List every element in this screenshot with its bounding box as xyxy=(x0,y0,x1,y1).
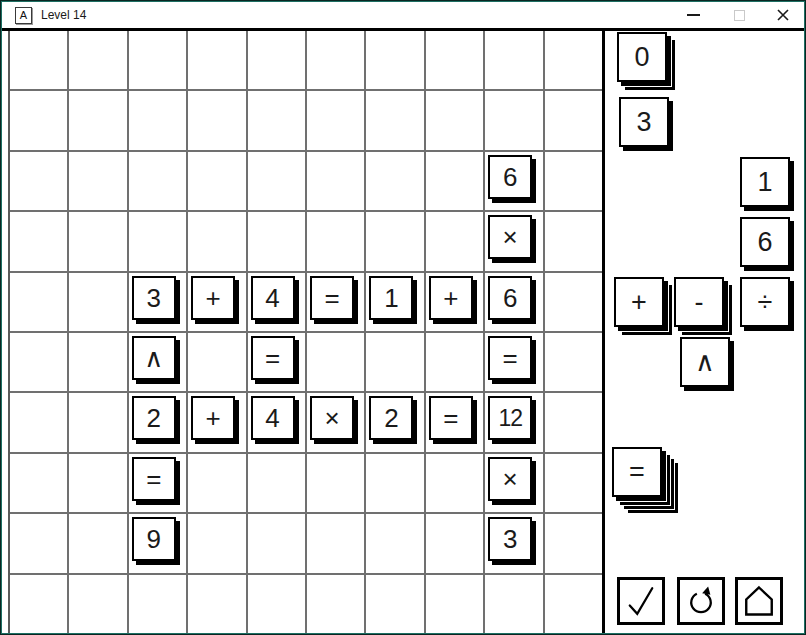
tray-tile-1[interactable]: 1 xyxy=(740,157,790,207)
board-cell[interactable]: + xyxy=(188,273,245,331)
board-cell[interactable] xyxy=(485,31,542,89)
board-cell[interactable] xyxy=(10,454,67,512)
minimize-icon xyxy=(687,14,700,16)
title-bar: A Level 14 xyxy=(2,2,804,28)
board-tile[interactable]: × xyxy=(488,457,532,501)
app-icon-letter: A xyxy=(20,9,27,21)
board-cell[interactable]: + xyxy=(426,273,483,331)
board-cell[interactable]: 2 xyxy=(366,393,423,451)
maximize-icon xyxy=(734,10,745,21)
board-cell[interactable] xyxy=(10,273,67,331)
board-cell[interactable] xyxy=(69,152,126,210)
board-tile[interactable]: × xyxy=(310,396,354,440)
board-tile[interactable]: 6 xyxy=(488,276,532,320)
board-cell[interactable] xyxy=(485,575,542,633)
home-button[interactable] xyxy=(735,577,783,625)
board-cell[interactable] xyxy=(307,91,364,149)
board-cell[interactable]: × xyxy=(307,393,364,451)
tray-tile-0[interactable]: 0 xyxy=(617,32,667,82)
board-cell[interactable]: 6 xyxy=(485,273,542,331)
board-cell[interactable] xyxy=(69,212,126,270)
board-cell[interactable] xyxy=(426,91,483,149)
board-tile[interactable]: = xyxy=(251,336,295,380)
tray-tile-+[interactable]: + xyxy=(614,277,664,327)
board-cell[interactable] xyxy=(545,393,602,451)
board-cell[interactable] xyxy=(248,575,305,633)
board-cell[interactable] xyxy=(129,575,186,633)
board-cell[interactable] xyxy=(248,454,305,512)
board-cell[interactable]: = xyxy=(248,333,305,391)
board-cell[interactable] xyxy=(69,333,126,391)
app-icon: A xyxy=(15,7,32,24)
board-cell[interactable] xyxy=(129,152,186,210)
board-tile[interactable]: + xyxy=(191,276,235,320)
board-tile[interactable]: 3 xyxy=(488,517,532,561)
board-cell[interactable] xyxy=(426,514,483,572)
board-cell[interactable] xyxy=(10,514,67,572)
board-cell[interactable] xyxy=(307,31,364,89)
board-cell[interactable]: × xyxy=(485,454,542,512)
board-cell[interactable] xyxy=(366,454,423,512)
board-tile[interactable]: ∧ xyxy=(132,336,176,380)
board-cell[interactable]: × xyxy=(485,212,542,270)
board-cell[interactable] xyxy=(545,31,602,89)
board-cell[interactable] xyxy=(545,91,602,149)
board-cell[interactable] xyxy=(69,514,126,572)
home-icon xyxy=(741,583,777,619)
board-cell[interactable] xyxy=(129,31,186,89)
board-cell[interactable]: = xyxy=(485,333,542,391)
board-cell[interactable] xyxy=(307,575,364,633)
tray-tile--[interactable]: - xyxy=(674,277,724,327)
board-tile[interactable]: 2 xyxy=(132,396,176,440)
board-cell[interactable] xyxy=(188,333,245,391)
board-cell[interactable] xyxy=(366,333,423,391)
check-button[interactable] xyxy=(617,577,665,625)
board-tile[interactable]: 4 xyxy=(251,396,295,440)
board-cell[interactable] xyxy=(69,393,126,451)
board-cell[interactable] xyxy=(545,454,602,512)
board-tile[interactable]: 2 xyxy=(369,396,413,440)
board-cell[interactable] xyxy=(69,454,126,512)
board-cell[interactable] xyxy=(307,454,364,512)
board-cell[interactable] xyxy=(248,514,305,572)
board-cell[interactable] xyxy=(545,273,602,331)
board-cell[interactable] xyxy=(188,212,245,270)
board-tile[interactable]: × xyxy=(488,215,532,259)
board-cell[interactable] xyxy=(188,31,245,89)
board-tile[interactable]: 12 xyxy=(488,396,532,440)
board-tile[interactable]: 1 xyxy=(369,276,413,320)
tray-tile-3[interactable]: 3 xyxy=(619,97,669,147)
restart-button[interactable] xyxy=(677,577,725,625)
board-cell[interactable]: 3 xyxy=(129,273,186,331)
board-cell[interactable] xyxy=(10,393,67,451)
tray-tile-^[interactable]: ∧ xyxy=(680,337,730,387)
content-area: 6×3+4=1+6∧==2+4×2=12=×93 0316+-÷∧= xyxy=(2,31,804,633)
board-tile[interactable]: 9 xyxy=(132,517,176,561)
board-tile[interactable]: 4 xyxy=(251,276,295,320)
board-cell[interactable] xyxy=(366,31,423,89)
board-cell[interactable]: 3 xyxy=(485,514,542,572)
board-cell[interactable] xyxy=(129,212,186,270)
board-cell[interactable]: = xyxy=(129,454,186,512)
board-cell[interactable]: = xyxy=(307,273,364,331)
tile-tray: 0316+-÷∧= xyxy=(605,31,804,633)
board-tile[interactable]: = xyxy=(310,276,354,320)
board-cell[interactable] xyxy=(307,152,364,210)
restart-icon xyxy=(683,583,719,619)
board-cell[interactable] xyxy=(248,212,305,270)
board-tile[interactable]: 6 xyxy=(488,155,532,199)
board-cell[interactable] xyxy=(248,91,305,149)
board-cell[interactable] xyxy=(69,91,126,149)
board-cell[interactable] xyxy=(366,152,423,210)
board-cell[interactable] xyxy=(10,333,67,391)
board-cell[interactable] xyxy=(366,91,423,149)
board-cell[interactable] xyxy=(545,514,602,572)
board-cell[interactable] xyxy=(366,212,423,270)
minimize-button[interactable] xyxy=(678,2,708,28)
board-tile[interactable]: + xyxy=(191,396,235,440)
puzzle-board: 6×3+4=1+6∧==2+4×2=12=×93 xyxy=(8,31,602,633)
board-tile[interactable]: = xyxy=(488,336,532,380)
board-cell[interactable] xyxy=(545,152,602,210)
board-cell[interactable]: 2 xyxy=(129,393,186,451)
check-icon xyxy=(623,583,659,619)
board-cell[interactable] xyxy=(10,91,67,149)
board-cell[interactable]: 4 xyxy=(248,393,305,451)
board-cell[interactable] xyxy=(426,152,483,210)
board-cell[interactable] xyxy=(545,212,602,270)
maximize-button[interactable] xyxy=(724,2,754,28)
board-cell[interactable] xyxy=(248,31,305,89)
board-cell[interactable] xyxy=(426,454,483,512)
board-cell[interactable] xyxy=(10,575,67,633)
board-cell[interactable] xyxy=(426,333,483,391)
tray-tile-6[interactable]: 6 xyxy=(740,217,790,267)
board-tile[interactable]: 3 xyxy=(132,276,176,320)
board-cell[interactable] xyxy=(129,91,186,149)
board-cell[interactable] xyxy=(10,31,67,89)
app-window: A Level 14 6×3+4=1+6∧==2+4×2=12=×93 xyxy=(0,0,806,635)
board-cell[interactable]: = xyxy=(426,393,483,451)
board-cell[interactable]: 6 xyxy=(485,152,542,210)
board-tile[interactable]: = xyxy=(429,396,473,440)
board-cell[interactable] xyxy=(426,212,483,270)
board-cell[interactable] xyxy=(10,212,67,270)
board-cell[interactable] xyxy=(188,514,245,572)
board-cell[interactable]: 4 xyxy=(248,273,305,331)
board-tile[interactable]: = xyxy=(132,457,176,501)
board-cell[interactable] xyxy=(188,575,245,633)
board-cell[interactable] xyxy=(366,575,423,633)
board-cell[interactable] xyxy=(188,454,245,512)
board-cell[interactable] xyxy=(307,333,364,391)
board-cell[interactable] xyxy=(69,31,126,89)
board-cell[interactable] xyxy=(10,152,67,210)
tray-tile-=[interactable]: = xyxy=(612,447,662,497)
tray-tile-÷[interactable]: ÷ xyxy=(740,277,790,327)
board-cell[interactable] xyxy=(188,152,245,210)
board-cell[interactable] xyxy=(366,514,423,572)
board-cell[interactable] xyxy=(426,575,483,633)
board-cell[interactable] xyxy=(307,514,364,572)
board-cell[interactable] xyxy=(69,273,126,331)
board-cell[interactable]: 1 xyxy=(366,273,423,331)
window-title: Level 14 xyxy=(41,8,86,22)
board-cell[interactable] xyxy=(485,91,542,149)
board-cell[interactable]: 9 xyxy=(129,514,186,572)
board-cell[interactable] xyxy=(426,31,483,89)
close-button[interactable] xyxy=(768,2,798,28)
board-cell[interactable] xyxy=(545,333,602,391)
board-cell[interactable] xyxy=(248,152,305,210)
board-cell[interactable]: 12 xyxy=(485,393,542,451)
board-cell[interactable] xyxy=(188,91,245,149)
board-cell[interactable]: + xyxy=(188,393,245,451)
board-tile[interactable]: + xyxy=(429,276,473,320)
board-cell[interactable]: ∧ xyxy=(129,333,186,391)
board-cell[interactable] xyxy=(545,575,602,633)
board-cell[interactable] xyxy=(69,575,126,633)
close-icon xyxy=(776,8,790,22)
board-cell[interactable] xyxy=(307,212,364,270)
